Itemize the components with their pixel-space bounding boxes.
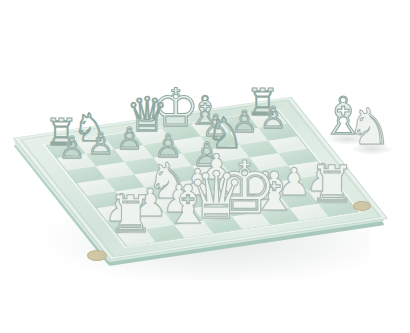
glass-chess-set-scene: ♖♘♕♔♗♖♙♙♙♙♙♙♙♘♙♟♞♟♟♟♟♟♟♟♜♝♛♚♝♜♗♞ [0, 0, 410, 333]
piece-clear-pawn-h2[interactable]: ♙ [259, 103, 286, 133]
piece-frosted-bishop-c8[interactable]: ♝ [164, 178, 212, 232]
piece-frosted-rook-h8[interactable]: ♜ [309, 159, 355, 210]
felt-pad-near-corner [87, 250, 107, 261]
felt-pad-right-corner [353, 201, 371, 211]
piece-clear-pawn-a2[interactable]: ♙ [58, 133, 85, 163]
off-board-frosted-knight[interactable]: ♞ [347, 102, 392, 152]
piece-clear-pawn-b2[interactable]: ♙ [87, 129, 114, 159]
piece-frosted-rook-a8[interactable]: ♜ [108, 189, 154, 240]
piece-clear-pawn-c2[interactable]: ♙ [116, 124, 143, 154]
